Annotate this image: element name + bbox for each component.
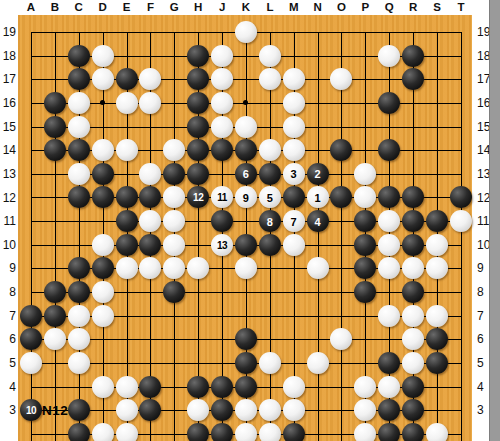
point-N6[interactable] bbox=[306, 328, 330, 352]
point-L18[interactable] bbox=[258, 44, 282, 68]
point-O3[interactable] bbox=[329, 398, 353, 422]
point-D17[interactable] bbox=[91, 67, 115, 91]
point-B4[interactable] bbox=[43, 375, 67, 399]
point-C4[interactable] bbox=[67, 375, 91, 399]
point-R5[interactable] bbox=[401, 351, 425, 375]
point-F19[interactable] bbox=[138, 20, 162, 44]
point-H14[interactable] bbox=[186, 138, 210, 162]
point-K17[interactable] bbox=[234, 67, 258, 91]
point-P2[interactable] bbox=[353, 422, 377, 441]
point-Q4[interactable] bbox=[377, 375, 401, 399]
point-Q10[interactable] bbox=[377, 233, 401, 257]
point-O12[interactable] bbox=[329, 186, 353, 210]
point-L11[interactable]: 8 bbox=[258, 209, 282, 233]
point-M18[interactable] bbox=[282, 44, 306, 68]
point-C3[interactable] bbox=[67, 398, 91, 422]
point-H6[interactable] bbox=[186, 328, 210, 352]
point-K19[interactable] bbox=[234, 20, 258, 44]
point-F5[interactable] bbox=[138, 351, 162, 375]
point-Q7[interactable] bbox=[377, 304, 401, 328]
point-F7[interactable] bbox=[138, 304, 162, 328]
point-O16[interactable] bbox=[329, 91, 353, 115]
point-Q3[interactable] bbox=[377, 398, 401, 422]
point-K18[interactable] bbox=[234, 44, 258, 68]
point-L3[interactable] bbox=[258, 398, 282, 422]
point-P18[interactable] bbox=[353, 44, 377, 68]
point-Q16[interactable] bbox=[377, 91, 401, 115]
point-R4[interactable] bbox=[401, 375, 425, 399]
point-G13[interactable] bbox=[162, 162, 186, 186]
point-M15[interactable] bbox=[282, 115, 306, 139]
point-M2[interactable] bbox=[282, 422, 306, 441]
point-P16[interactable] bbox=[353, 91, 377, 115]
point-B14[interactable] bbox=[43, 138, 67, 162]
point-P19[interactable] bbox=[353, 20, 377, 44]
point-B18[interactable] bbox=[43, 44, 67, 68]
point-F4[interactable] bbox=[138, 375, 162, 399]
point-N10[interactable] bbox=[306, 233, 330, 257]
point-C14[interactable] bbox=[67, 138, 91, 162]
point-J11[interactable] bbox=[210, 209, 234, 233]
scrollbar[interactable] bbox=[489, 0, 500, 441]
point-Q11[interactable] bbox=[377, 209, 401, 233]
point-R11[interactable] bbox=[401, 209, 425, 233]
point-M5[interactable] bbox=[282, 351, 306, 375]
point-N15[interactable] bbox=[306, 115, 330, 139]
point-N8[interactable] bbox=[306, 280, 330, 304]
point-O17[interactable] bbox=[329, 67, 353, 91]
point-D11[interactable] bbox=[91, 209, 115, 233]
point-E13[interactable] bbox=[115, 162, 139, 186]
point-P10[interactable] bbox=[353, 233, 377, 257]
point-Q13[interactable] bbox=[377, 162, 401, 186]
point-B7[interactable] bbox=[43, 304, 67, 328]
point-T10[interactable] bbox=[449, 233, 473, 257]
point-L7[interactable] bbox=[258, 304, 282, 328]
point-H13[interactable] bbox=[186, 162, 210, 186]
point-A12[interactable] bbox=[19, 186, 43, 210]
point-R15[interactable] bbox=[401, 115, 425, 139]
point-Q17[interactable] bbox=[377, 67, 401, 91]
point-P6[interactable] bbox=[353, 328, 377, 352]
point-C9[interactable] bbox=[67, 257, 91, 281]
point-T12[interactable] bbox=[449, 186, 473, 210]
point-R9[interactable] bbox=[401, 257, 425, 281]
point-Q18[interactable] bbox=[377, 44, 401, 68]
point-C17[interactable] bbox=[67, 67, 91, 91]
point-G8[interactable] bbox=[162, 280, 186, 304]
point-C19[interactable] bbox=[67, 20, 91, 44]
point-G2[interactable] bbox=[162, 422, 186, 441]
point-G7[interactable] bbox=[162, 304, 186, 328]
point-T19[interactable] bbox=[449, 20, 473, 44]
point-S2[interactable] bbox=[425, 422, 449, 441]
point-L14[interactable] bbox=[258, 138, 282, 162]
point-Q5[interactable] bbox=[377, 351, 401, 375]
point-J4[interactable] bbox=[210, 375, 234, 399]
point-R10[interactable] bbox=[401, 233, 425, 257]
point-P3[interactable] bbox=[353, 398, 377, 422]
point-C13[interactable] bbox=[67, 162, 91, 186]
point-O10[interactable] bbox=[329, 233, 353, 257]
point-H9[interactable] bbox=[186, 257, 210, 281]
point-J6[interactable] bbox=[210, 328, 234, 352]
point-K4[interactable] bbox=[234, 375, 258, 399]
point-N16[interactable] bbox=[306, 91, 330, 115]
point-E10[interactable] bbox=[115, 233, 139, 257]
point-T11[interactable] bbox=[449, 209, 473, 233]
point-L6[interactable] bbox=[258, 328, 282, 352]
point-C7[interactable] bbox=[67, 304, 91, 328]
point-K13[interactable]: 6 bbox=[234, 162, 258, 186]
point-B16[interactable] bbox=[43, 91, 67, 115]
point-M19[interactable] bbox=[282, 20, 306, 44]
point-E19[interactable] bbox=[115, 20, 139, 44]
point-C15[interactable] bbox=[67, 115, 91, 139]
point-E7[interactable] bbox=[115, 304, 139, 328]
point-H19[interactable] bbox=[186, 20, 210, 44]
point-J8[interactable] bbox=[210, 280, 234, 304]
point-D3[interactable] bbox=[91, 398, 115, 422]
point-K10[interactable] bbox=[234, 233, 258, 257]
point-O14[interactable] bbox=[329, 138, 353, 162]
point-J2[interactable] bbox=[210, 422, 234, 441]
point-S14[interactable] bbox=[425, 138, 449, 162]
point-F9[interactable] bbox=[138, 257, 162, 281]
point-L2[interactable] bbox=[258, 422, 282, 441]
point-S8[interactable] bbox=[425, 280, 449, 304]
point-K5[interactable] bbox=[234, 351, 258, 375]
point-M12[interactable] bbox=[282, 186, 306, 210]
point-L8[interactable] bbox=[258, 280, 282, 304]
point-K15[interactable] bbox=[234, 115, 258, 139]
point-C2[interactable] bbox=[67, 422, 91, 441]
point-A11[interactable] bbox=[19, 209, 43, 233]
point-A2[interactable] bbox=[19, 422, 43, 441]
point-D19[interactable] bbox=[91, 20, 115, 44]
point-A16[interactable] bbox=[19, 91, 43, 115]
point-O15[interactable] bbox=[329, 115, 353, 139]
point-K2[interactable] bbox=[234, 422, 258, 441]
point-T5[interactable] bbox=[449, 351, 473, 375]
point-H8[interactable] bbox=[186, 280, 210, 304]
point-F14[interactable] bbox=[138, 138, 162, 162]
point-A10[interactable] bbox=[19, 233, 43, 257]
point-S13[interactable] bbox=[425, 162, 449, 186]
point-R12[interactable] bbox=[401, 186, 425, 210]
point-L13[interactable] bbox=[258, 162, 282, 186]
point-N13[interactable]: 2 bbox=[306, 162, 330, 186]
point-D8[interactable] bbox=[91, 280, 115, 304]
point-N4[interactable] bbox=[306, 375, 330, 399]
point-D12[interactable] bbox=[91, 186, 115, 210]
point-P13[interactable] bbox=[353, 162, 377, 186]
point-M8[interactable] bbox=[282, 280, 306, 304]
point-E17[interactable] bbox=[115, 67, 139, 91]
point-N12[interactable]: 1 bbox=[306, 186, 330, 210]
point-O4[interactable] bbox=[329, 375, 353, 399]
point-B13[interactable] bbox=[43, 162, 67, 186]
point-H12[interactable]: 12 bbox=[186, 186, 210, 210]
point-Q15[interactable] bbox=[377, 115, 401, 139]
point-E16[interactable] bbox=[115, 91, 139, 115]
point-C18[interactable] bbox=[67, 44, 91, 68]
point-J13[interactable] bbox=[210, 162, 234, 186]
point-M10[interactable] bbox=[282, 233, 306, 257]
point-G16[interactable] bbox=[162, 91, 186, 115]
point-M13[interactable]: 3 bbox=[282, 162, 306, 186]
point-T7[interactable] bbox=[449, 304, 473, 328]
point-B11[interactable] bbox=[43, 209, 67, 233]
point-S9[interactable] bbox=[425, 257, 449, 281]
point-R19[interactable] bbox=[401, 20, 425, 44]
point-O9[interactable] bbox=[329, 257, 353, 281]
point-L9[interactable] bbox=[258, 257, 282, 281]
point-O18[interactable] bbox=[329, 44, 353, 68]
point-G6[interactable] bbox=[162, 328, 186, 352]
point-O19[interactable] bbox=[329, 20, 353, 44]
point-L10[interactable] bbox=[258, 233, 282, 257]
point-Q14[interactable] bbox=[377, 138, 401, 162]
point-T8[interactable] bbox=[449, 280, 473, 304]
point-B6[interactable] bbox=[43, 328, 67, 352]
point-O13[interactable] bbox=[329, 162, 353, 186]
point-S5[interactable] bbox=[425, 351, 449, 375]
point-K6[interactable] bbox=[234, 328, 258, 352]
point-G10[interactable] bbox=[162, 233, 186, 257]
point-R3[interactable] bbox=[401, 398, 425, 422]
point-O8[interactable] bbox=[329, 280, 353, 304]
point-R14[interactable] bbox=[401, 138, 425, 162]
point-K9[interactable] bbox=[234, 257, 258, 281]
point-C11[interactable] bbox=[67, 209, 91, 233]
point-T2[interactable] bbox=[449, 422, 473, 441]
point-H15[interactable] bbox=[186, 115, 210, 139]
point-Q12[interactable] bbox=[377, 186, 401, 210]
point-A15[interactable] bbox=[19, 115, 43, 139]
point-J16[interactable] bbox=[210, 91, 234, 115]
point-H3[interactable] bbox=[186, 398, 210, 422]
point-S18[interactable] bbox=[425, 44, 449, 68]
point-H2[interactable] bbox=[186, 422, 210, 441]
point-T15[interactable] bbox=[449, 115, 473, 139]
point-S11[interactable] bbox=[425, 209, 449, 233]
point-M7[interactable] bbox=[282, 304, 306, 328]
point-J19[interactable] bbox=[210, 20, 234, 44]
point-R17[interactable] bbox=[401, 67, 425, 91]
point-E5[interactable] bbox=[115, 351, 139, 375]
point-A14[interactable] bbox=[19, 138, 43, 162]
point-K12[interactable]: 9 bbox=[234, 186, 258, 210]
point-N17[interactable] bbox=[306, 67, 330, 91]
point-B9[interactable] bbox=[43, 257, 67, 281]
point-M3[interactable] bbox=[282, 398, 306, 422]
point-H5[interactable] bbox=[186, 351, 210, 375]
point-L4[interactable] bbox=[258, 375, 282, 399]
point-O2[interactable] bbox=[329, 422, 353, 441]
point-M9[interactable] bbox=[282, 257, 306, 281]
point-D15[interactable] bbox=[91, 115, 115, 139]
point-J3[interactable] bbox=[210, 398, 234, 422]
point-F18[interactable] bbox=[138, 44, 162, 68]
point-A18[interactable] bbox=[19, 44, 43, 68]
point-T14[interactable] bbox=[449, 138, 473, 162]
point-T4[interactable] bbox=[449, 375, 473, 399]
point-K16[interactable] bbox=[234, 91, 258, 115]
point-T17[interactable] bbox=[449, 67, 473, 91]
point-K7[interactable] bbox=[234, 304, 258, 328]
point-C12[interactable] bbox=[67, 186, 91, 210]
point-E12[interactable] bbox=[115, 186, 139, 210]
point-F11[interactable] bbox=[138, 209, 162, 233]
point-N18[interactable] bbox=[306, 44, 330, 68]
point-E2[interactable] bbox=[115, 422, 139, 441]
point-Q2[interactable] bbox=[377, 422, 401, 441]
point-S4[interactable] bbox=[425, 375, 449, 399]
point-F10[interactable] bbox=[138, 233, 162, 257]
point-A9[interactable] bbox=[19, 257, 43, 281]
point-L12[interactable]: 5 bbox=[258, 186, 282, 210]
point-T13[interactable] bbox=[449, 162, 473, 186]
point-B5[interactable] bbox=[43, 351, 67, 375]
point-K14[interactable] bbox=[234, 138, 258, 162]
point-P15[interactable] bbox=[353, 115, 377, 139]
point-J7[interactable] bbox=[210, 304, 234, 328]
point-R2[interactable] bbox=[401, 422, 425, 441]
point-S15[interactable] bbox=[425, 115, 449, 139]
point-T18[interactable] bbox=[449, 44, 473, 68]
point-L19[interactable] bbox=[258, 20, 282, 44]
point-R16[interactable] bbox=[401, 91, 425, 115]
point-E18[interactable] bbox=[115, 44, 139, 68]
point-S17[interactable] bbox=[425, 67, 449, 91]
point-H11[interactable] bbox=[186, 209, 210, 233]
point-J9[interactable] bbox=[210, 257, 234, 281]
point-C5[interactable] bbox=[67, 351, 91, 375]
point-A19[interactable] bbox=[19, 20, 43, 44]
point-K11[interactable] bbox=[234, 209, 258, 233]
board-grid[interactable]: 63212119518741310 bbox=[19, 20, 473, 441]
point-O6[interactable] bbox=[329, 328, 353, 352]
point-A17[interactable] bbox=[19, 67, 43, 91]
point-N9[interactable] bbox=[306, 257, 330, 281]
point-G14[interactable] bbox=[162, 138, 186, 162]
point-D13[interactable] bbox=[91, 162, 115, 186]
point-O7[interactable] bbox=[329, 304, 353, 328]
point-R18[interactable] bbox=[401, 44, 425, 68]
point-E3[interactable] bbox=[115, 398, 139, 422]
point-G18[interactable] bbox=[162, 44, 186, 68]
point-J10[interactable]: 13 bbox=[210, 233, 234, 257]
point-G17[interactable] bbox=[162, 67, 186, 91]
point-A8[interactable] bbox=[19, 280, 43, 304]
point-D7[interactable] bbox=[91, 304, 115, 328]
point-R8[interactable] bbox=[401, 280, 425, 304]
point-C10[interactable] bbox=[67, 233, 91, 257]
point-Q6[interactable] bbox=[377, 328, 401, 352]
point-F2[interactable] bbox=[138, 422, 162, 441]
point-Q8[interactable] bbox=[377, 280, 401, 304]
point-S3[interactable] bbox=[425, 398, 449, 422]
point-N19[interactable] bbox=[306, 20, 330, 44]
point-A7[interactable] bbox=[19, 304, 43, 328]
point-J18[interactable] bbox=[210, 44, 234, 68]
point-B8[interactable] bbox=[43, 280, 67, 304]
point-P9[interactable] bbox=[353, 257, 377, 281]
point-A4[interactable] bbox=[19, 375, 43, 399]
point-D10[interactable] bbox=[91, 233, 115, 257]
point-B2[interactable] bbox=[43, 422, 67, 441]
point-F6[interactable] bbox=[138, 328, 162, 352]
point-J5[interactable] bbox=[210, 351, 234, 375]
point-R7[interactable] bbox=[401, 304, 425, 328]
point-A6[interactable] bbox=[19, 328, 43, 352]
point-N5[interactable] bbox=[306, 351, 330, 375]
point-H4[interactable] bbox=[186, 375, 210, 399]
point-T16[interactable] bbox=[449, 91, 473, 115]
point-D6[interactable] bbox=[91, 328, 115, 352]
point-D14[interactable] bbox=[91, 138, 115, 162]
point-K3[interactable] bbox=[234, 398, 258, 422]
point-D16[interactable] bbox=[91, 91, 115, 115]
point-T6[interactable] bbox=[449, 328, 473, 352]
point-H18[interactable] bbox=[186, 44, 210, 68]
point-O11[interactable] bbox=[329, 209, 353, 233]
point-C8[interactable] bbox=[67, 280, 91, 304]
point-J14[interactable] bbox=[210, 138, 234, 162]
point-G5[interactable] bbox=[162, 351, 186, 375]
point-L15[interactable] bbox=[258, 115, 282, 139]
point-M6[interactable] bbox=[282, 328, 306, 352]
point-S7[interactable] bbox=[425, 304, 449, 328]
point-E11[interactable] bbox=[115, 209, 139, 233]
point-P11[interactable] bbox=[353, 209, 377, 233]
point-K8[interactable] bbox=[234, 280, 258, 304]
point-F8[interactable] bbox=[138, 280, 162, 304]
point-C16[interactable] bbox=[67, 91, 91, 115]
point-J12[interactable]: 11 bbox=[210, 186, 234, 210]
point-S6[interactable] bbox=[425, 328, 449, 352]
point-S16[interactable] bbox=[425, 91, 449, 115]
point-G3[interactable] bbox=[162, 398, 186, 422]
point-J17[interactable] bbox=[210, 67, 234, 91]
point-G19[interactable] bbox=[162, 20, 186, 44]
point-D2[interactable] bbox=[91, 422, 115, 441]
point-E6[interactable] bbox=[115, 328, 139, 352]
point-B19[interactable] bbox=[43, 20, 67, 44]
point-N2[interactable] bbox=[306, 422, 330, 441]
point-N11[interactable]: 4 bbox=[306, 209, 330, 233]
point-R13[interactable] bbox=[401, 162, 425, 186]
point-P8[interactable] bbox=[353, 280, 377, 304]
point-T3[interactable] bbox=[449, 398, 473, 422]
point-M11[interactable]: 7 bbox=[282, 209, 306, 233]
point-E15[interactable] bbox=[115, 115, 139, 139]
point-E9[interactable] bbox=[115, 257, 139, 281]
point-N14[interactable] bbox=[306, 138, 330, 162]
point-C6[interactable] bbox=[67, 328, 91, 352]
point-B10[interactable] bbox=[43, 233, 67, 257]
point-M16[interactable] bbox=[282, 91, 306, 115]
point-F17[interactable] bbox=[138, 67, 162, 91]
point-B12[interactable] bbox=[43, 186, 67, 210]
point-R6[interactable] bbox=[401, 328, 425, 352]
point-Q19[interactable] bbox=[377, 20, 401, 44]
point-O5[interactable] bbox=[329, 351, 353, 375]
point-B17[interactable] bbox=[43, 67, 67, 91]
point-T9[interactable] bbox=[449, 257, 473, 281]
point-E4[interactable] bbox=[115, 375, 139, 399]
